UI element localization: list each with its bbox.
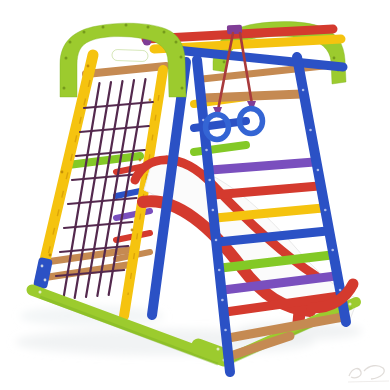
screw — [69, 41, 72, 44]
net-top-rung-wood — [86, 66, 166, 74]
screw — [61, 171, 64, 174]
screw — [224, 329, 227, 332]
watermark-underline — [348, 381, 389, 382]
left-arch-panel — [60, 23, 186, 97]
net-knot — [85, 225, 88, 228]
watermark-glyph-1 — [349, 369, 361, 378]
screw — [212, 209, 215, 212]
net-knot — [94, 177, 97, 180]
screw — [324, 209, 327, 212]
net-rail-foot-bracket — [33, 257, 53, 289]
screw — [302, 89, 305, 92]
play-gym-illustration — [0, 0, 390, 390]
product-photo-stage — [0, 0, 390, 390]
screw — [125, 24, 128, 27]
net-knot — [113, 128, 116, 131]
screw — [131, 229, 134, 232]
carry-handle-cutout — [112, 49, 148, 61]
net-knot — [132, 150, 135, 153]
net-knot — [116, 246, 119, 249]
net-knot — [102, 129, 105, 132]
screw — [163, 31, 166, 34]
screw — [208, 179, 211, 182]
net-knot — [109, 152, 112, 155]
screw — [181, 87, 184, 90]
screw — [44, 279, 47, 282]
net-knot — [120, 222, 123, 225]
net-knot — [97, 224, 100, 227]
ladder-rung-purple — [211, 162, 315, 170]
net-knot — [104, 247, 107, 250]
screw — [87, 65, 90, 68]
net-knot — [117, 104, 120, 107]
screw — [65, 57, 68, 60]
screw — [39, 291, 42, 294]
ladder-rung-wood — [203, 94, 302, 98]
screw — [102, 26, 105, 29]
net-knot — [82, 178, 85, 181]
net-knot — [120, 151, 123, 154]
net-knot — [140, 102, 143, 105]
net-knot — [136, 126, 139, 129]
net-knot — [101, 200, 104, 203]
screw — [333, 57, 336, 60]
watermark-glyph-2 — [364, 366, 384, 379]
screw — [339, 289, 342, 292]
screw — [217, 348, 220, 351]
screw — [63, 87, 66, 90]
net-knot — [106, 105, 109, 108]
screw — [309, 129, 312, 132]
net-knot — [111, 270, 114, 273]
net-knot — [125, 127, 128, 130]
screw — [41, 265, 44, 268]
screw — [83, 31, 86, 34]
screw — [147, 26, 150, 29]
screw — [221, 299, 224, 302]
net-knot — [90, 130, 93, 133]
screw — [49, 254, 52, 257]
screw — [349, 303, 352, 306]
net-knot — [112, 199, 115, 202]
screw — [205, 149, 208, 152]
screw — [139, 159, 142, 162]
screw — [175, 41, 178, 44]
net-knot — [66, 274, 69, 277]
net-knot — [124, 198, 127, 201]
net-knot — [89, 272, 92, 275]
net-knot — [70, 250, 73, 253]
screw — [215, 239, 218, 242]
net-knot — [108, 223, 111, 226]
net-knot — [94, 106, 97, 109]
net-knot — [74, 226, 77, 229]
screw — [317, 169, 320, 172]
screw — [180, 56, 183, 59]
net-knot — [86, 154, 89, 157]
net-knot — [90, 201, 93, 204]
net-knot — [98, 153, 101, 156]
net-knot — [116, 175, 119, 178]
net-mid-rung-green — [68, 156, 140, 165]
watermark-signature — [348, 366, 389, 382]
net-knot — [78, 202, 81, 205]
net-knot — [100, 271, 103, 274]
screw — [218, 269, 221, 272]
screw — [223, 61, 226, 64]
screw — [149, 99, 152, 102]
net-knot — [129, 103, 132, 106]
net-knot — [105, 176, 108, 179]
net-knot — [77, 273, 80, 276]
net-knot — [128, 174, 131, 177]
net-knot — [93, 248, 96, 251]
screw — [331, 249, 334, 252]
net-knot — [81, 249, 84, 252]
